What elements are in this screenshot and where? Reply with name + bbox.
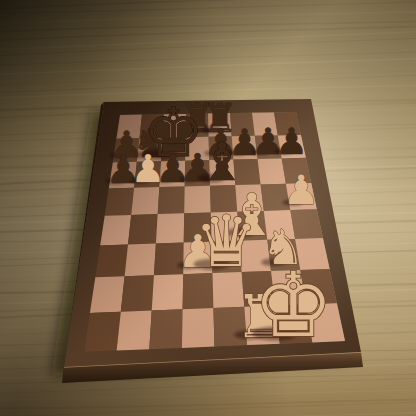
piece-white-pawn-h5[interactable]: ♟: [283, 166, 319, 214]
scene-canvas: ♜♜♞♚♟♟♟♟♟♟♟♟♝♟♟♝♟♛♞♜♚: [0, 0, 416, 416]
piece-white-king-g1[interactable]: ♚: [253, 253, 333, 357]
piece-white-queen-e3[interactable]: ♛: [194, 200, 258, 283]
piece-white-pawn-b6[interactable]: ♟: [131, 146, 165, 191]
piece-black-pawn-h7[interactable]: ♟: [275, 120, 308, 163]
chess-scene: ♜♜♞♚♟♟♟♟♟♟♟♟♝♟♟♝♟♛♞♜♚: [0, 0, 416, 416]
